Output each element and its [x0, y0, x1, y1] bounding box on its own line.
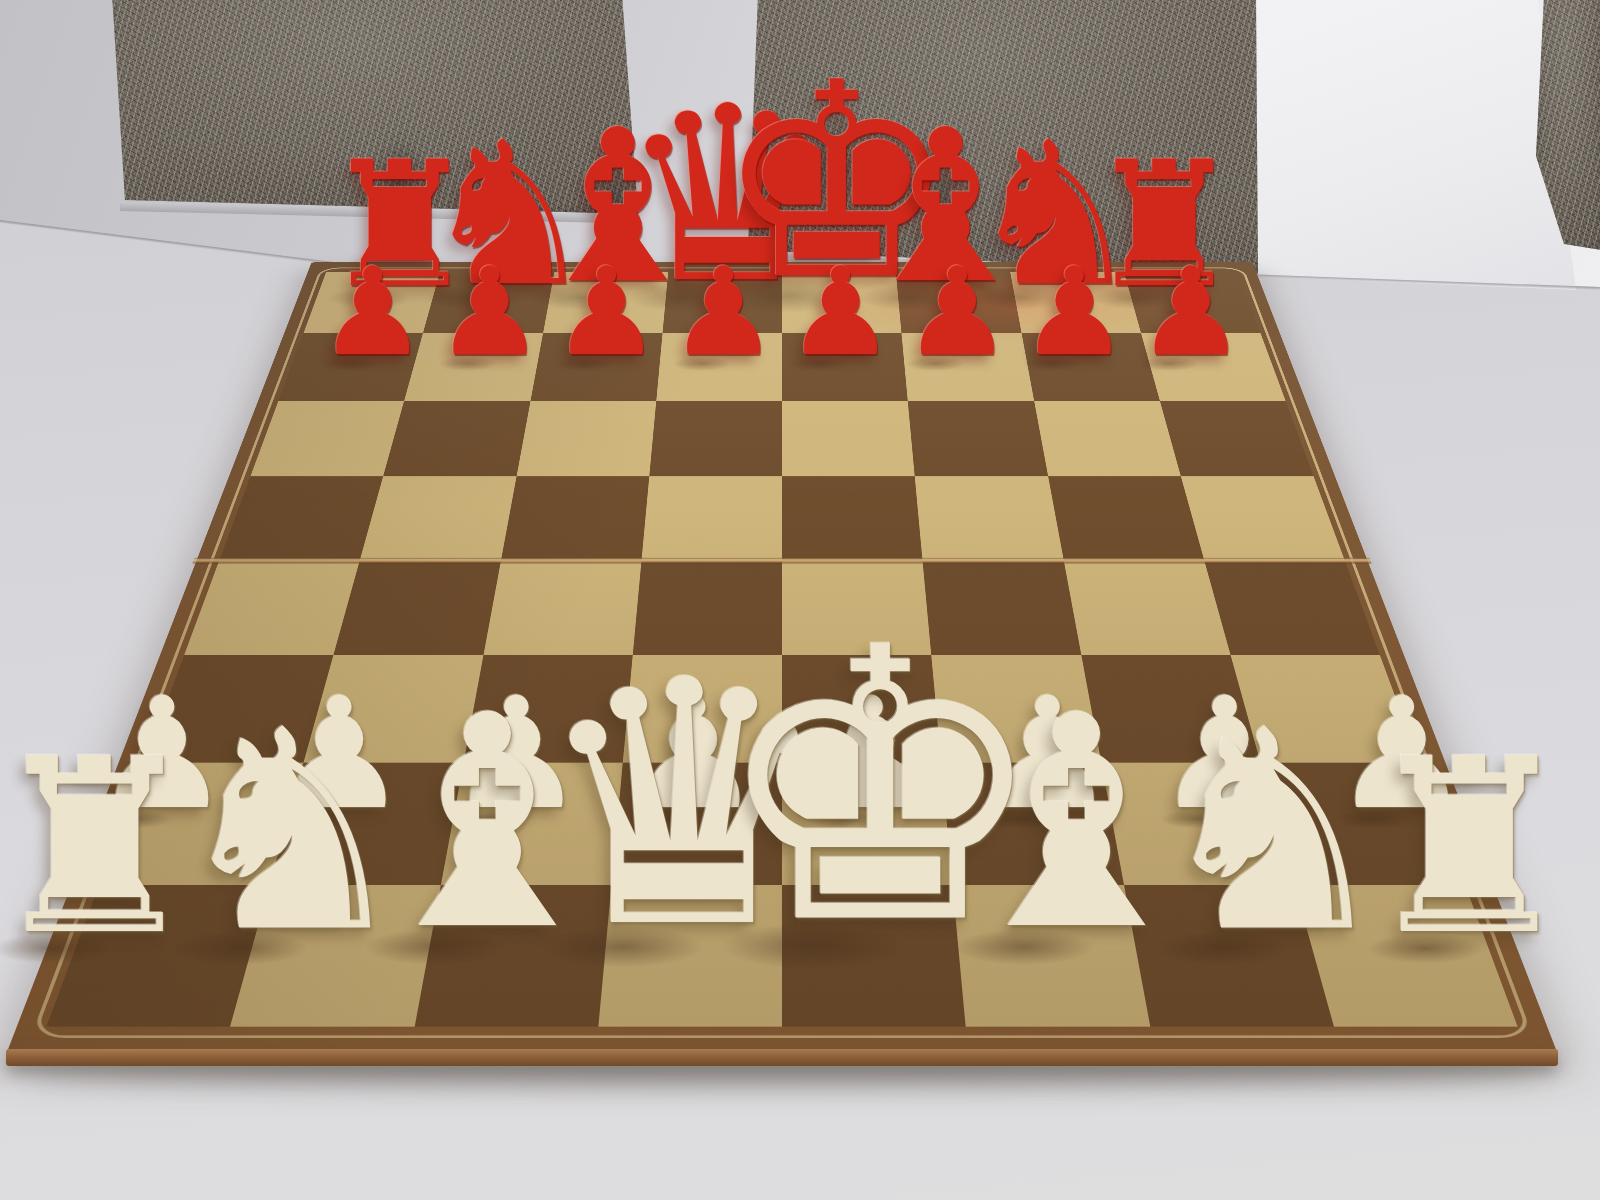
square-d6: [649, 401, 782, 476]
square-e5: [782, 476, 923, 560]
square-g4: [1063, 561, 1230, 656]
square-b6: [383, 401, 530, 476]
square-d5: [641, 476, 782, 560]
piece-red-pawn-c7: ♟: [552, 252, 661, 374]
piece-red-pawn-h7: ♟: [1137, 252, 1246, 374]
piece-cream-knight-g1: ♞: [1149, 693, 1397, 970]
piece-red-pawn-a7: ♟: [318, 252, 427, 374]
photo-scene: ♜♞♝♛♚♝♞♜♟♟♟♟♟♟♟♟♟♟♟♟♟♟♟♟♜♞♝♛♚♝♞♜: [0, 0, 1600, 1200]
board-front-edge: [6, 1049, 1558, 1066]
piece-red-pawn-g7: ♟: [1020, 252, 1129, 374]
board-fold-hinge: [192, 558, 1371, 564]
square-e6: [782, 401, 915, 476]
square-g5: [1048, 476, 1204, 560]
square-c5: [501, 476, 650, 560]
square-f6: [908, 401, 1048, 476]
piece-red-pawn-f7: ♟: [903, 252, 1012, 374]
square-g6: [1034, 401, 1181, 476]
square-f5: [915, 476, 1064, 560]
piece-red-pawn-b7: ♟: [435, 252, 544, 374]
piece-cream-rook-h1: ♜: [1361, 726, 1578, 968]
square-b5: [360, 476, 516, 560]
square-b4: [334, 561, 501, 656]
piece-red-pawn-d7: ♟: [669, 252, 778, 374]
square-a6: [250, 401, 404, 476]
piece-red-pawn-e7: ♟: [786, 252, 895, 374]
square-c6: [516, 401, 656, 476]
